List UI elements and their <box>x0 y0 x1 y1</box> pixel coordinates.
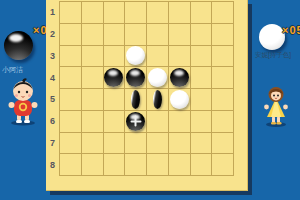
stone-gloss <box>130 70 140 76</box>
board-cell[interactable] <box>60 111 82 133</box>
board-cell[interactable] <box>104 133 126 155</box>
board-cell[interactable] <box>60 154 82 176</box>
last-move-marker-icon <box>130 116 141 127</box>
white-stone <box>170 90 189 109</box>
board-cell[interactable] <box>191 2 213 24</box>
row-label: 2 <box>46 23 59 45</box>
board-cell[interactable] <box>125 133 147 155</box>
row-label: 4 <box>46 67 59 89</box>
board-cell[interactable] <box>125 67 147 89</box>
board-cell[interactable] <box>104 67 126 89</box>
black-player-name: 小阿洁 <box>2 65 23 75</box>
board-cell[interactable] <box>60 89 82 111</box>
black-stone <box>126 68 145 87</box>
board-cell[interactable] <box>191 89 213 111</box>
board-cell[interactable] <box>212 2 234 24</box>
board-cell[interactable] <box>60 67 82 89</box>
game-window: ×03 小阿洁 12345678 ×05 安妮[持子色] <box>0 0 300 200</box>
row-label: 7 <box>46 132 59 154</box>
flipping-stone <box>131 90 140 109</box>
board-cell[interactable] <box>191 111 213 133</box>
board-cell[interactable] <box>82 133 104 155</box>
board-cell[interactable] <box>104 24 126 46</box>
black-stone-icon <box>4 31 33 60</box>
board-cell[interactable] <box>169 89 191 111</box>
black-player-avatar <box>6 77 40 127</box>
white-stone <box>126 46 145 65</box>
board-cell[interactable] <box>125 24 147 46</box>
board-cell[interactable] <box>82 46 104 68</box>
board-cell[interactable] <box>104 2 126 24</box>
board-cell[interactable] <box>212 133 234 155</box>
game-board: 12345678 <box>46 0 248 191</box>
white-stone-count: ×05 <box>282 24 300 36</box>
board-cell[interactable] <box>60 133 82 155</box>
row-label: 1 <box>46 1 59 23</box>
board-cell[interactable] <box>125 46 147 68</box>
stone-gloss <box>108 70 118 76</box>
board-cell[interactable] <box>147 24 169 46</box>
board-cell[interactable] <box>104 89 126 111</box>
board-cell[interactable] <box>147 67 169 89</box>
board-cell[interactable] <box>125 154 147 176</box>
white-player-avatar <box>262 86 290 128</box>
board-cell[interactable] <box>82 111 104 133</box>
board-cell[interactable] <box>60 24 82 46</box>
board-cell[interactable] <box>82 24 104 46</box>
board-cell[interactable] <box>147 111 169 133</box>
board-grid <box>59 1 234 176</box>
board-cell[interactable] <box>147 89 169 111</box>
board-cell[interactable] <box>212 67 234 89</box>
board-cell[interactable] <box>82 2 104 24</box>
board-cell[interactable] <box>104 46 126 68</box>
white-player-name: 安妮[持子色] <box>255 51 291 60</box>
board-cell[interactable] <box>60 2 82 24</box>
board-cell[interactable] <box>169 46 191 68</box>
board-cell[interactable] <box>147 133 169 155</box>
board-cell[interactable] <box>147 154 169 176</box>
board-cell[interactable] <box>212 46 234 68</box>
board-cell[interactable] <box>60 46 82 68</box>
board-cell[interactable] <box>104 154 126 176</box>
board-cell[interactable] <box>191 154 213 176</box>
row-labels: 12345678 <box>46 1 59 176</box>
board-cell[interactable] <box>169 154 191 176</box>
row-label: 8 <box>46 154 59 176</box>
board-cell[interactable] <box>212 89 234 111</box>
board-cell[interactable] <box>169 111 191 133</box>
row-label: 6 <box>46 110 59 132</box>
stone-gloss <box>174 70 184 76</box>
board-cell[interactable] <box>125 2 147 24</box>
board-cell[interactable] <box>212 154 234 176</box>
black-stone-last-move <box>126 112 145 131</box>
board-cell[interactable] <box>191 133 213 155</box>
board-cell[interactable] <box>212 24 234 46</box>
row-label: 3 <box>46 45 59 67</box>
board-cell[interactable] <box>169 67 191 89</box>
board-cell[interactable] <box>82 154 104 176</box>
board-cell[interactable] <box>169 2 191 24</box>
stone-gloss <box>9 34 23 42</box>
board-cell[interactable] <box>104 111 126 133</box>
board-cell[interactable] <box>169 133 191 155</box>
board-cell[interactable] <box>125 111 147 133</box>
board-cell[interactable] <box>82 67 104 89</box>
row-label: 5 <box>46 89 59 111</box>
board-cell[interactable] <box>169 24 191 46</box>
white-stone <box>148 68 167 87</box>
board-cell[interactable] <box>147 2 169 24</box>
board-cell[interactable] <box>82 89 104 111</box>
board-cell[interactable] <box>191 24 213 46</box>
black-stone <box>170 68 189 87</box>
board-cell[interactable] <box>212 111 234 133</box>
board-cell[interactable] <box>147 46 169 68</box>
black-stone <box>104 68 123 87</box>
board-cell[interactable] <box>191 67 213 89</box>
board-cell[interactable] <box>191 46 213 68</box>
board-cell[interactable] <box>125 89 147 111</box>
flipping-stone <box>153 90 162 109</box>
